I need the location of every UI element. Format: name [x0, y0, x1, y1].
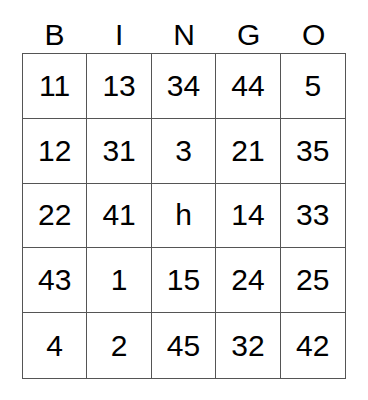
bingo-cell-r4c3[interactable]: 15	[152, 248, 216, 313]
bingo-cell-r4c4[interactable]: 24	[216, 248, 280, 313]
bingo-cell-r4c2[interactable]: 1	[87, 248, 151, 313]
bingo-cell-r5c2[interactable]: 2	[87, 313, 151, 378]
bingo-cell-r1c2[interactable]: 13	[87, 54, 151, 119]
bingo-cell-r3c5[interactable]: 33	[281, 184, 345, 249]
bingo-cell-r5c5[interactable]: 42	[281, 313, 345, 378]
header-letter-i: I	[87, 17, 152, 53]
bingo-cell-r4c1[interactable]: 43	[23, 248, 87, 313]
header-letter-n: N	[152, 17, 217, 53]
bingo-cell-r5c3[interactable]: 45	[152, 313, 216, 378]
bingo-cell-r2c5[interactable]: 35	[281, 119, 345, 184]
bingo-cell-r3c1[interactable]: 22	[23, 184, 87, 249]
bingo-cell-r1c4[interactable]: 44	[216, 54, 280, 119]
bingo-cell-r3c2[interactable]: 41	[87, 184, 151, 249]
bingo-cell-r1c1[interactable]: 11	[23, 54, 87, 119]
bingo-card-grid: 11 13 34 44 5 12 31 3 21 35 22 41 h 14 3…	[22, 53, 346, 379]
header-letter-o: O	[281, 17, 346, 53]
bingo-cell-r4c5[interactable]: 25	[281, 248, 345, 313]
bingo-cell-r2c3[interactable]: 3	[152, 119, 216, 184]
bingo-card-page: B I N G O 11 13 34 44 5 12 31 3 21 35 22…	[0, 0, 368, 400]
bingo-cell-r5c4[interactable]: 32	[216, 313, 280, 378]
bingo-cell-r2c2[interactable]: 31	[87, 119, 151, 184]
bingo-cell-r3c3-free-space[interactable]: h	[152, 184, 216, 249]
bingo-header-row: B I N G O	[22, 17, 346, 53]
bingo-cell-r1c5[interactable]: 5	[281, 54, 345, 119]
header-letter-g: G	[216, 17, 281, 53]
bingo-cell-r2c4[interactable]: 21	[216, 119, 280, 184]
header-letter-b: B	[22, 17, 87, 53]
bingo-cell-r2c1[interactable]: 12	[23, 119, 87, 184]
bingo-cell-r1c3[interactable]: 34	[152, 54, 216, 119]
bingo-cell-r3c4[interactable]: 14	[216, 184, 280, 249]
bingo-cell-r5c1[interactable]: 4	[23, 313, 87, 378]
